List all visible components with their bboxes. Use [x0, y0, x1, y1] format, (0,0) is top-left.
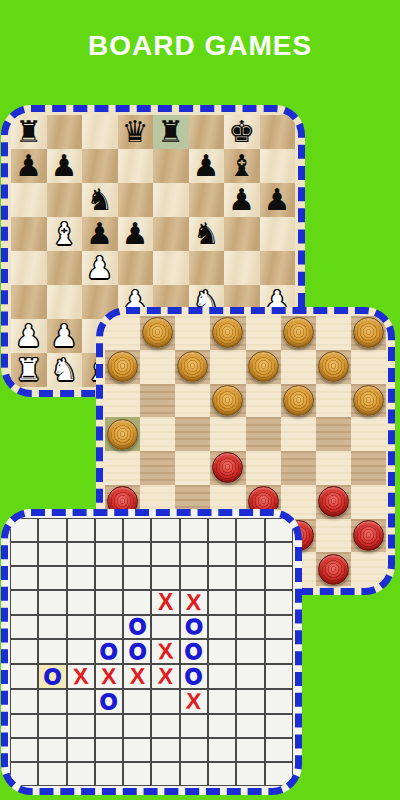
ttt-cell-r4c4	[95, 590, 123, 615]
chess-square-h8	[260, 115, 296, 149]
ttt-cell-r4c7: X	[180, 590, 208, 615]
ttt-cell-r2c1	[10, 542, 38, 566]
ttt-cell-r5c10	[265, 615, 293, 639]
ttt-cell-r3c5	[123, 566, 151, 590]
chess-piece-black-rook: ♜	[15, 117, 42, 147]
ttt-cell-r8c2	[38, 689, 66, 714]
ttt-cell-r2c7	[180, 542, 208, 566]
ttt-cell-r7c8	[208, 664, 236, 689]
chess-square-h7	[260, 149, 296, 183]
ttt-cell-r2c4	[95, 542, 123, 566]
ttt-cell-r6c10	[265, 639, 293, 664]
checker-red	[353, 520, 384, 551]
checkers-square-r3c8	[351, 384, 386, 418]
ttt-cell-r11c7	[180, 762, 208, 786]
ttt-cell-r2c5	[123, 542, 151, 566]
checkers-square-r4c3	[175, 417, 210, 451]
checkers-square-r5c8	[351, 451, 386, 485]
ttt-cell-r8c9	[236, 689, 264, 714]
checker-gold	[283, 317, 314, 348]
ttt-cell-r11c8	[208, 762, 236, 786]
chess-square-a1: ♜	[11, 353, 47, 387]
ttt-cell-r9c1	[10, 714, 38, 738]
chess-square-a8: ♜	[11, 115, 47, 149]
ttt-cell-r1c9	[236, 518, 264, 542]
ttt-cell-r9c3	[67, 714, 95, 738]
checker-gold	[353, 385, 384, 416]
chess-piece-white-rook: ♜	[15, 355, 42, 385]
chess-square-a5	[11, 217, 47, 251]
ttt-cell-r4c3	[67, 590, 95, 615]
ttt-cell-r8c10	[265, 689, 293, 714]
chess-square-g8: ♚	[224, 115, 260, 149]
ttt-cell-r11c9	[236, 762, 264, 786]
chess-piece-white-pawn: ♟	[51, 321, 78, 351]
checkers-square-r4c1	[105, 417, 140, 451]
chess-square-b5: ♝	[47, 217, 83, 251]
chess-square-a7: ♟	[11, 149, 47, 183]
chess-piece-black-queen: ♛	[122, 117, 149, 147]
ttt-cell-r6c4: O	[95, 639, 123, 664]
chess-piece-black-pawn: ♟	[15, 151, 42, 181]
chess-square-g6: ♟	[224, 183, 260, 217]
checker-gold	[107, 419, 138, 450]
ttt-cell-r6c1	[10, 639, 38, 664]
ttt-cell-r2c2	[38, 542, 66, 566]
ttt-cell-r1c3	[67, 518, 95, 542]
checkers-square-r4c5	[246, 417, 281, 451]
screen: { "title": "BOARD GAMES", "game": "board…	[0, 0, 400, 800]
ttt-cell-r3c4	[95, 566, 123, 590]
ttt-cell-r3c6	[151, 566, 179, 590]
ttt-cell-r7c5: X	[123, 664, 151, 689]
ttt-mark-x: X	[157, 665, 174, 689]
checkers-square-r4c6	[281, 417, 316, 451]
chess-square-e5	[153, 217, 189, 251]
checkers-square-r5c6	[281, 451, 316, 485]
ttt-cell-r9c9	[236, 714, 264, 738]
ttt-cell-r9c4	[95, 714, 123, 738]
chess-piece-white-pawn: ♟	[15, 321, 42, 351]
chess-piece-white-pawn: ♟	[86, 253, 113, 283]
checker-gold	[212, 385, 243, 416]
chess-square-b4	[47, 251, 83, 285]
ttt-cell-r1c4	[95, 518, 123, 542]
chess-square-a6	[11, 183, 47, 217]
checkers-square-r3c6	[281, 384, 316, 418]
ttt-cell-r7c3: X	[67, 664, 95, 689]
checker-gold	[318, 351, 349, 382]
ttt-cell-r11c4	[95, 762, 123, 786]
chess-piece-white-bishop: ♝	[51, 219, 78, 249]
chess-piece-black-rook: ♜	[157, 117, 184, 147]
checkers-square-r4c2	[140, 417, 175, 451]
checkers-square-r6c8	[351, 485, 386, 519]
ttt-mark-o: O	[128, 640, 146, 663]
checkers-square-r6c7	[316, 485, 351, 519]
ttt-cell-r9c5	[123, 714, 151, 738]
checker-gold	[283, 385, 314, 416]
ttt-cell-r7c2: O	[38, 664, 66, 689]
ttt-cell-r7c1	[10, 664, 38, 689]
ttt-cell-r9c6	[151, 714, 179, 738]
checkers-square-r1c3	[175, 316, 210, 350]
chess-square-f6	[189, 183, 225, 217]
checkers-square-r3c7	[316, 384, 351, 418]
ttt-cell-r7c9	[236, 664, 264, 689]
chess-square-b2: ♟	[47, 319, 83, 353]
ttt-cell-r10c5	[123, 738, 151, 762]
ttt-cell-r7c7: O	[180, 664, 208, 689]
ttt-cell-r10c6	[151, 738, 179, 762]
ttt-cell-r8c1	[10, 689, 38, 714]
chess-piece-black-bishop: ♝	[228, 151, 255, 181]
ttt-cell-r10c9	[236, 738, 264, 762]
tictactoe-board-panel[interactable]: XXOOOOXOOXXXXOOX	[1, 509, 302, 795]
ttt-cell-r5c5: O	[123, 615, 151, 639]
checkers-square-r2c7	[316, 350, 351, 384]
chess-square-g5	[224, 217, 260, 251]
ttt-cell-r4c1	[10, 590, 38, 615]
ttt-cell-r6c3	[67, 639, 95, 664]
chess-square-d8: ♛	[118, 115, 154, 149]
ttt-cell-r2c10	[265, 542, 293, 566]
chess-piece-black-pawn: ♟	[86, 219, 113, 249]
checker-red	[318, 554, 349, 585]
chess-square-a2: ♟	[11, 319, 47, 353]
ttt-cell-r4c9	[236, 590, 264, 615]
chess-piece-black-pawn: ♟	[264, 185, 291, 215]
ttt-cell-r4c10	[265, 590, 293, 615]
ttt-cell-r11c5	[123, 762, 151, 786]
ttt-cell-r11c1	[10, 762, 38, 786]
chess-square-e4	[153, 251, 189, 285]
ttt-cell-r5c3	[67, 615, 95, 639]
ttt-cell-r8c6	[151, 689, 179, 714]
ttt-cell-r5c6	[151, 615, 179, 639]
checkers-square-r3c5	[246, 384, 281, 418]
ttt-cell-r8c8	[208, 689, 236, 714]
ttt-cell-r8c5	[123, 689, 151, 714]
ttt-cell-r11c3	[67, 762, 95, 786]
ttt-cell-r7c4: X	[95, 664, 123, 689]
ttt-cell-r6c2	[38, 639, 66, 664]
checkers-square-r2c3	[175, 350, 210, 384]
ttt-cell-r2c6	[151, 542, 179, 566]
checkers-square-r1c6	[281, 316, 316, 350]
chess-square-c4: ♟	[82, 251, 118, 285]
chess-square-c8	[82, 115, 118, 149]
chess-square-b1: ♞	[47, 353, 83, 387]
checkers-square-r5c2	[140, 451, 175, 485]
ttt-cell-r11c2	[38, 762, 66, 786]
checkers-square-r8c7	[316, 552, 351, 586]
checkers-square-r3c4	[210, 384, 245, 418]
ttt-cell-r2c9	[236, 542, 264, 566]
chess-square-a3	[11, 285, 47, 319]
checker-gold	[107, 351, 138, 382]
ttt-cell-r3c1	[10, 566, 38, 590]
ttt-cell-r9c10	[265, 714, 293, 738]
ttt-cell-r10c8	[208, 738, 236, 762]
chess-square-b8	[47, 115, 83, 149]
chess-piece-black-pawn: ♟	[122, 219, 149, 249]
chess-piece-black-king: ♚	[228, 117, 255, 147]
checkers-square-r7c7	[316, 519, 351, 553]
ttt-cell-r8c3	[67, 689, 95, 714]
ttt-mark-o: O	[100, 690, 118, 713]
ttt-mark-x: X	[158, 591, 173, 614]
checkers-square-r5c4	[210, 451, 245, 485]
checkers-square-r2c4	[210, 350, 245, 384]
chess-square-g7: ♝	[224, 149, 260, 183]
ttt-cell-r10c3	[67, 738, 95, 762]
checker-gold	[142, 317, 173, 348]
ttt-cell-r7c6: X	[151, 664, 179, 689]
ttt-cell-r5c7: O	[180, 615, 208, 639]
chess-square-e8: ♜	[153, 115, 189, 149]
checkers-square-r1c8	[351, 316, 386, 350]
ttt-mark-x: X	[157, 639, 174, 663]
ttt-cell-r2c3	[67, 542, 95, 566]
ttt-mark-o: O	[43, 665, 62, 688]
ttt-mark-o: O	[100, 640, 118, 662]
ttt-cell-r10c1	[10, 738, 38, 762]
ttt-mark-x: X	[72, 665, 89, 689]
ttt-cell-r4c6: X	[151, 590, 179, 615]
checker-red	[318, 486, 349, 517]
ttt-cell-r9c2	[38, 714, 66, 738]
checker-gold	[248, 351, 279, 382]
ttt-mark-o: O	[128, 615, 147, 638]
ttt-cell-r5c8	[208, 615, 236, 639]
ttt-cell-r1c10	[265, 518, 293, 542]
ttt-cell-r6c7: O	[180, 639, 208, 664]
ttt-cell-r6c6: X	[151, 639, 179, 664]
chess-square-b6	[47, 183, 83, 217]
ttt-mark-o: O	[185, 665, 204, 688]
chess-square-g4	[224, 251, 260, 285]
ttt-cell-r5c2	[38, 615, 66, 639]
checkers-square-r1c2	[140, 316, 175, 350]
ttt-cell-r9c8	[208, 714, 236, 738]
ttt-cell-r9c7	[180, 714, 208, 738]
checker-red	[212, 452, 243, 483]
chess-piece-black-pawn: ♟	[51, 151, 78, 181]
chess-square-h6: ♟	[260, 183, 296, 217]
checker-gold	[177, 351, 208, 382]
chess-square-d5: ♟	[118, 217, 154, 251]
ttt-cell-r1c8	[208, 518, 236, 542]
checkers-square-r2c1	[105, 350, 140, 384]
ttt-cell-r3c3	[67, 566, 95, 590]
checkers-square-r7c8	[351, 519, 386, 553]
checkers-square-r5c5	[246, 451, 281, 485]
checkers-square-r4c8	[351, 417, 386, 451]
ttt-cell-r1c5	[123, 518, 151, 542]
chess-square-c5: ♟	[82, 217, 118, 251]
ttt-cell-r10c4	[95, 738, 123, 762]
checkers-square-r2c2	[140, 350, 175, 384]
chess-square-h5	[260, 217, 296, 251]
checkers-square-r2c5	[246, 350, 281, 384]
chess-square-e7	[153, 149, 189, 183]
chess-piece-black-knight: ♞	[193, 219, 220, 249]
chess-square-e6	[153, 183, 189, 217]
ttt-cell-r8c7: X	[180, 689, 208, 714]
ttt-cell-r4c2	[38, 590, 66, 615]
ttt-cell-r5c4	[95, 615, 123, 639]
checker-gold	[353, 317, 384, 348]
chess-piece-black-knight: ♞	[86, 185, 113, 215]
ttt-cell-r3c7	[180, 566, 208, 590]
chess-square-c7	[82, 149, 118, 183]
checkers-square-r8c8	[351, 552, 386, 586]
page-title: BOARD GAMES	[0, 30, 400, 62]
ttt-cell-r3c2	[38, 566, 66, 590]
chess-square-h4	[260, 251, 296, 285]
checkers-square-r5c7	[316, 451, 351, 485]
ttt-cell-r6c9	[236, 639, 264, 664]
chess-square-f4	[189, 251, 225, 285]
ttt-cell-r10c10	[265, 738, 293, 762]
ttt-cell-r3c10	[265, 566, 293, 590]
checkers-square-r5c1	[105, 451, 140, 485]
ttt-mark-x: X	[186, 591, 202, 615]
ttt-mark-o: O	[185, 640, 203, 663]
ttt-cell-r1c1	[10, 518, 38, 542]
chess-square-b7: ♟	[47, 149, 83, 183]
ttt-cell-r3c8	[208, 566, 236, 590]
ttt-cell-r7c10	[265, 664, 293, 689]
checkers-square-r2c6	[281, 350, 316, 384]
chess-piece-black-pawn: ♟	[228, 185, 255, 215]
chess-square-f8	[189, 115, 225, 149]
ttt-cell-r10c7	[180, 738, 208, 762]
chess-piece-white-knight: ♞	[51, 355, 78, 385]
ttt-cell-r6c5: O	[123, 639, 151, 664]
checkers-square-r4c4	[210, 417, 245, 451]
ttt-mark-x: X	[129, 665, 145, 688]
checkers-square-r1c5	[246, 316, 281, 350]
ttt-mark-x: X	[101, 665, 117, 688]
checkers-square-r4c7	[316, 417, 351, 451]
ttt-cell-r3c9	[236, 566, 264, 590]
ttt-cell-r11c6	[151, 762, 179, 786]
chess-square-f7: ♟	[189, 149, 225, 183]
checkers-square-r2c8	[351, 350, 386, 384]
checkers-square-r3c2	[140, 384, 175, 418]
ttt-mark-o: O	[185, 616, 202, 638]
ttt-cell-r4c5	[123, 590, 151, 615]
chess-square-d7	[118, 149, 154, 183]
ttt-mark-x: X	[186, 690, 203, 714]
ttt-cell-r10c2	[38, 738, 66, 762]
chess-piece-black-pawn: ♟	[193, 151, 220, 181]
chess-square-c6: ♞	[82, 183, 118, 217]
ttt-cell-r5c9	[236, 615, 264, 639]
checkers-square-r3c3	[175, 384, 210, 418]
checkers-square-r1c7	[316, 316, 351, 350]
ttt-cell-r4c8	[208, 590, 236, 615]
ttt-cell-r1c2	[38, 518, 66, 542]
ttt-cell-r2c8	[208, 542, 236, 566]
chess-square-a4	[11, 251, 47, 285]
ttt-cell-r1c6	[151, 518, 179, 542]
chess-square-d4	[118, 251, 154, 285]
ttt-cell-r11c10	[265, 762, 293, 786]
checkers-square-r5c3	[175, 451, 210, 485]
chess-square-d6	[118, 183, 154, 217]
checkers-square-r1c1	[105, 316, 140, 350]
chess-square-f5: ♞	[189, 217, 225, 251]
tictactoe-board: XXOOOOXOOXXXXOOX	[10, 518, 293, 786]
checker-gold	[212, 317, 243, 348]
chess-square-b3	[47, 285, 83, 319]
checkers-square-r1c4	[210, 316, 245, 350]
ttt-cell-r8c4: O	[95, 689, 123, 714]
ttt-cell-r6c8	[208, 639, 236, 664]
ttt-cell-r1c7	[180, 518, 208, 542]
checkers-square-r3c1	[105, 384, 140, 418]
ttt-cell-r5c1	[10, 615, 38, 639]
